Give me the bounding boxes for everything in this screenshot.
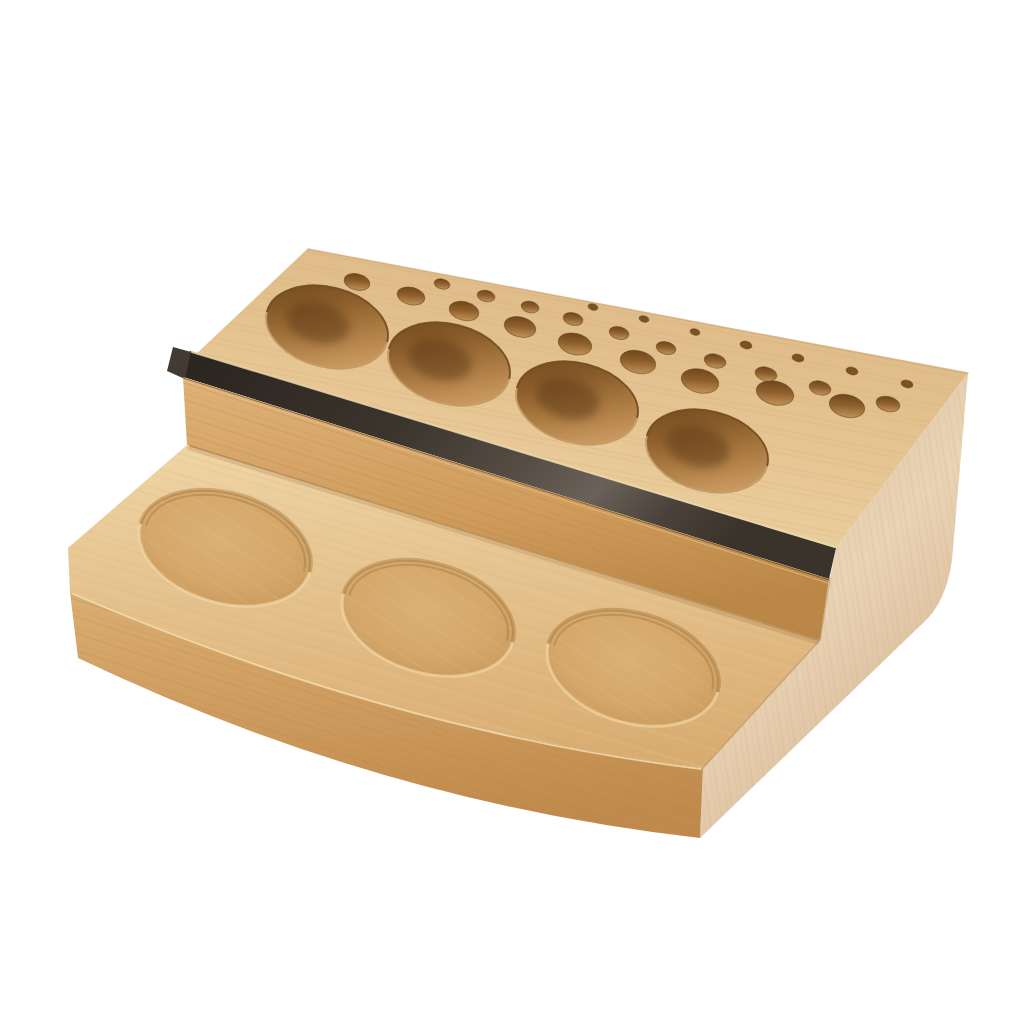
product-photo-canvas xyxy=(0,0,1024,1024)
wooden-tool-stand-photo xyxy=(0,0,1024,1024)
